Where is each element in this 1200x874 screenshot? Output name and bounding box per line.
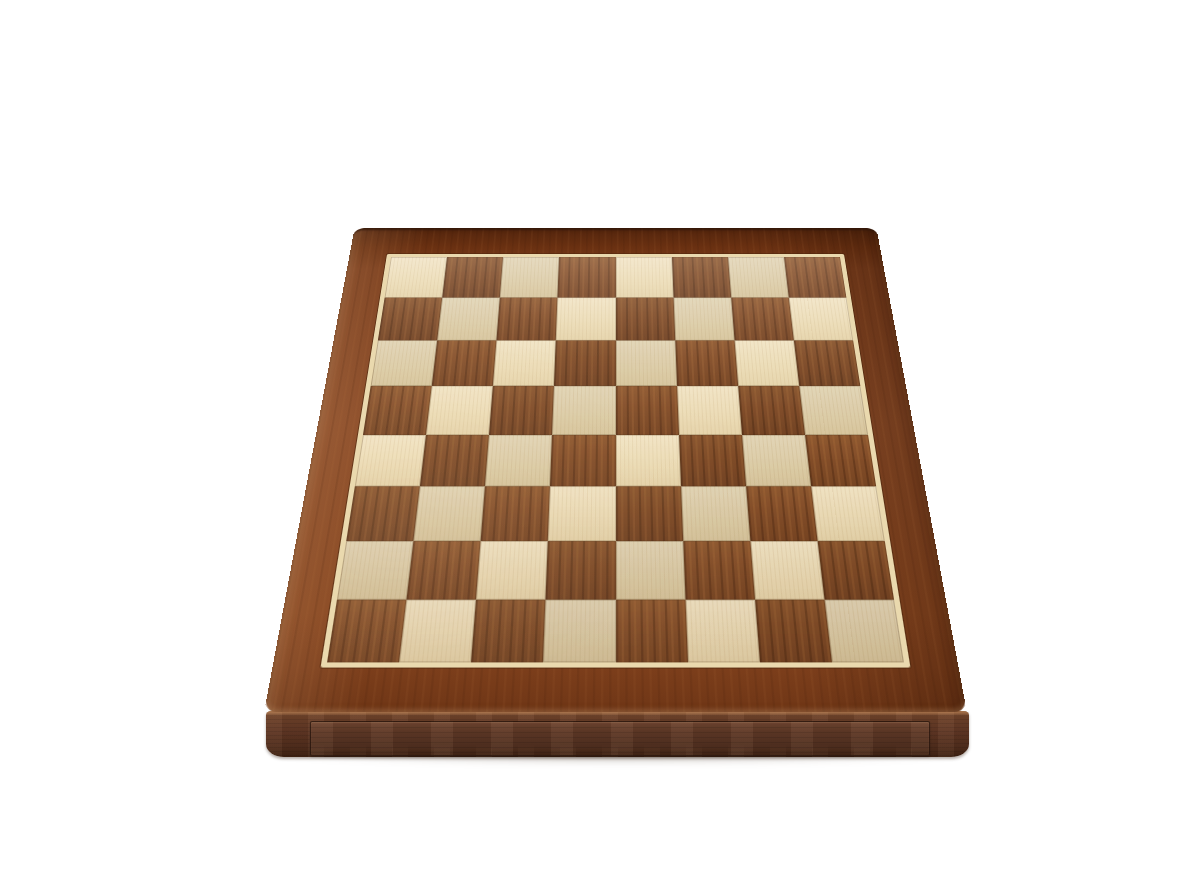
square-h2[interactable] xyxy=(817,541,894,600)
square-g2[interactable] xyxy=(750,541,824,600)
square-h5[interactable] xyxy=(799,386,868,434)
square-b5[interactable] xyxy=(426,386,493,434)
box-front-face xyxy=(266,711,969,757)
square-d4[interactable] xyxy=(550,435,615,486)
square-c4[interactable] xyxy=(485,435,552,486)
square-e8[interactable] xyxy=(616,257,674,298)
square-b3[interactable] xyxy=(414,486,486,541)
square-b6[interactable] xyxy=(432,341,497,387)
square-e1[interactable] xyxy=(616,600,688,663)
square-h7[interactable] xyxy=(789,298,854,341)
square-c5[interactable] xyxy=(489,386,554,434)
chessboard-playing-area xyxy=(321,254,911,668)
square-a8[interactable] xyxy=(385,257,448,298)
square-g3[interactable] xyxy=(746,486,818,541)
square-a1[interactable] xyxy=(327,600,407,663)
square-c8[interactable] xyxy=(500,257,559,298)
chessboard-frame xyxy=(264,228,967,712)
square-b8[interactable] xyxy=(442,257,503,298)
square-a3[interactable] xyxy=(346,486,420,541)
square-g4[interactable] xyxy=(742,435,811,486)
square-f6[interactable] xyxy=(675,341,738,387)
square-a7[interactable] xyxy=(378,298,443,341)
square-f1[interactable] xyxy=(685,600,760,663)
square-c2[interactable] xyxy=(476,541,548,600)
square-b1[interactable] xyxy=(399,600,476,663)
square-e3[interactable] xyxy=(616,486,683,541)
square-g1[interactable] xyxy=(755,600,832,663)
square-e5[interactable] xyxy=(616,386,679,434)
square-h1[interactable] xyxy=(824,600,904,663)
square-g6[interactable] xyxy=(734,341,799,387)
square-f3[interactable] xyxy=(681,486,750,541)
square-a5[interactable] xyxy=(363,386,432,434)
square-d6[interactable] xyxy=(554,341,615,387)
square-e4[interactable] xyxy=(616,435,681,486)
square-h6[interactable] xyxy=(794,341,861,387)
square-c3[interactable] xyxy=(481,486,550,541)
square-a2[interactable] xyxy=(337,541,414,600)
square-g8[interactable] xyxy=(728,257,789,298)
square-e2[interactable] xyxy=(616,541,686,600)
square-h8[interactable] xyxy=(784,257,847,298)
square-f7[interactable] xyxy=(673,298,734,341)
square-d5[interactable] xyxy=(552,386,615,434)
square-f2[interactable] xyxy=(683,541,755,600)
square-f4[interactable] xyxy=(679,435,746,486)
square-d8[interactable] xyxy=(558,257,616,298)
product-photo-canvas xyxy=(0,0,1200,874)
square-c6[interactable] xyxy=(493,341,556,387)
square-d3[interactable] xyxy=(548,486,615,541)
square-d1[interactable] xyxy=(543,600,615,663)
square-h3[interactable] xyxy=(811,486,885,541)
square-b7[interactable] xyxy=(437,298,500,341)
storage-drawer-front xyxy=(310,721,930,756)
square-b2[interactable] xyxy=(407,541,481,600)
chessboard-box-top xyxy=(264,228,967,712)
square-d7[interactable] xyxy=(556,298,615,341)
square-a4[interactable] xyxy=(355,435,426,486)
square-c7[interactable] xyxy=(497,298,558,341)
square-g7[interactable] xyxy=(731,298,794,341)
square-g5[interactable] xyxy=(738,386,805,434)
square-b4[interactable] xyxy=(420,435,489,486)
square-f5[interactable] xyxy=(677,386,742,434)
square-c1[interactable] xyxy=(471,600,546,663)
chessboard-squares xyxy=(327,257,904,662)
square-h4[interactable] xyxy=(805,435,876,486)
square-f8[interactable] xyxy=(672,257,731,298)
square-d2[interactable] xyxy=(546,541,616,600)
square-e6[interactable] xyxy=(616,341,677,387)
square-a6[interactable] xyxy=(371,341,438,387)
square-e7[interactable] xyxy=(616,298,675,341)
